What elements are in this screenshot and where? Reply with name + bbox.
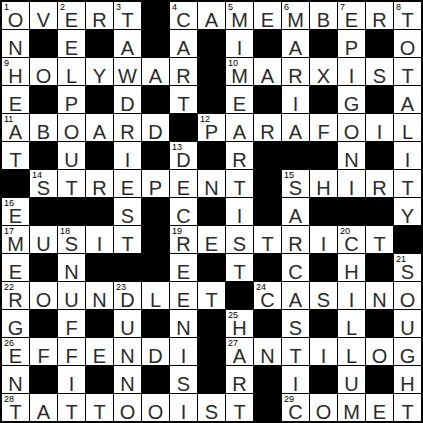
cell-14-11[interactable]: I: [282, 366, 309, 393]
cell-7-15[interactable]: T: [394, 170, 421, 197]
cell-14-4-block: [86, 366, 113, 393]
letter: R: [260, 122, 274, 141]
cell-12-9[interactable]: 25H: [226, 310, 253, 337]
cell-6-1[interactable]: T: [2, 142, 29, 169]
cell-7-12[interactable]: H: [310, 170, 337, 197]
cell-2-7[interactable]: A: [170, 30, 197, 57]
cell-13-8-block: [198, 338, 225, 365]
letter: A: [149, 66, 162, 85]
cell-4-1[interactable]: E: [2, 86, 29, 113]
letter: W: [118, 66, 137, 85]
cell-1-4[interactable]: R: [86, 2, 113, 29]
cell-9-1[interactable]: 17M: [2, 226, 29, 253]
letter: I: [377, 122, 383, 141]
cell-14-8-block: [198, 366, 225, 393]
cell-14-1[interactable]: N: [2, 366, 29, 393]
cell-14-3[interactable]: I: [58, 366, 85, 393]
cell-9-7[interactable]: 19R: [170, 226, 197, 253]
letter: N: [8, 38, 22, 57]
letter: L: [66, 66, 77, 85]
cell-5-9[interactable]: A: [226, 114, 253, 141]
crossword-board: 1OV2ER3T4CA5ME6MB7ER8TNEAAIAPO9HOLYWAR10…: [0, 0, 423, 423]
cell-14-2-block: [30, 366, 57, 393]
cell-4-9[interactable]: E: [226, 86, 253, 113]
letter: I: [69, 374, 75, 393]
letter: P: [345, 38, 358, 57]
letter: S: [373, 66, 386, 85]
cell-14-15[interactable]: H: [394, 366, 421, 393]
cell-11-6[interactable]: L: [142, 282, 169, 309]
cell-12-7[interactable]: N: [170, 310, 197, 337]
cell-4-13[interactable]: G: [338, 86, 365, 113]
cell-1-1[interactable]: 1O: [2, 2, 29, 29]
letter: S: [289, 318, 302, 337]
cell-10-13[interactable]: H: [338, 254, 365, 281]
cell-3-2[interactable]: O: [30, 58, 57, 85]
cell-11-1[interactable]: 22R: [2, 282, 29, 309]
cell-10-10-block: [254, 254, 281, 281]
cell-2-3[interactable]: E: [58, 30, 85, 57]
cell-14-12-block: [310, 366, 337, 393]
letter: F: [37, 346, 49, 365]
letter: H: [400, 374, 414, 393]
cell-10-12-block: [310, 254, 337, 281]
cell-6-4-block: [86, 142, 113, 169]
cell-12-13[interactable]: L: [338, 310, 365, 337]
letter: Y: [401, 206, 414, 225]
cell-3-1[interactable]: 9H: [2, 58, 29, 85]
cell-7-3[interactable]: T: [58, 170, 85, 197]
letter: A: [37, 402, 50, 421]
letter: A: [233, 122, 246, 141]
cell-4-15[interactable]: A: [394, 86, 421, 113]
cell-5-5[interactable]: R: [114, 114, 141, 141]
cell-9-13[interactable]: 20C: [338, 226, 365, 253]
cell-6-3[interactable]: U: [58, 142, 85, 169]
cell-9-14[interactable]: T: [366, 226, 393, 253]
cell-15-1[interactable]: 28T: [2, 394, 29, 421]
cell-9-12[interactable]: I: [310, 226, 337, 253]
cell-3-5[interactable]: W: [114, 58, 141, 85]
cell-3-3[interactable]: L: [58, 58, 85, 85]
cell-12-12-block: [310, 310, 337, 337]
letter: Y: [93, 66, 106, 85]
letter: S: [317, 290, 330, 309]
cell-6-9[interactable]: R: [226, 142, 253, 169]
letter: F: [65, 318, 77, 337]
cell-2-12-block: [310, 30, 337, 57]
cell-6-7[interactable]: 13D: [170, 142, 197, 169]
cell-4-5[interactable]: D: [114, 86, 141, 113]
cell-1-2[interactable]: V: [30, 2, 57, 29]
cell-5-15[interactable]: L: [394, 114, 421, 141]
cell-3-13[interactable]: I: [338, 58, 365, 85]
cell-9-15-block: [394, 226, 421, 253]
cell-13-5[interactable]: N: [114, 338, 141, 365]
cell-5-3[interactable]: O: [58, 114, 85, 141]
letter: R: [232, 150, 246, 169]
cell-14-9[interactable]: R: [226, 366, 253, 393]
cell-9-3[interactable]: 18S: [58, 226, 85, 253]
cell-3-9[interactable]: 10M: [226, 58, 253, 85]
cell-1-3[interactable]: 2E: [58, 2, 85, 29]
letter: A: [121, 38, 134, 57]
cell-15-15[interactable]: T: [394, 394, 421, 421]
letter: C: [176, 10, 190, 29]
cell-2-1[interactable]: N: [2, 30, 29, 57]
cell-11-3[interactable]: U: [58, 282, 85, 309]
cell-8-7[interactable]: C: [170, 198, 197, 225]
cell-7-5[interactable]: E: [114, 170, 141, 197]
letter: O: [372, 346, 388, 365]
cell-5-4[interactable]: A: [86, 114, 113, 141]
letter: H: [344, 262, 358, 281]
cell-15-14[interactable]: E: [366, 394, 393, 421]
cell-14-14-block: [366, 366, 393, 393]
cell-10-7[interactable]: E: [170, 254, 197, 281]
letter: E: [261, 10, 274, 29]
letter: D: [120, 290, 134, 309]
letter: I: [125, 150, 131, 169]
letter: G: [8, 318, 24, 337]
cell-4-7[interactable]: T: [170, 86, 197, 113]
cell-12-15[interactable]: U: [394, 310, 421, 337]
letter: E: [121, 178, 134, 197]
letter: E: [65, 10, 78, 29]
cell-8-1[interactable]: 16E: [2, 198, 29, 225]
letter: T: [9, 402, 21, 421]
letter: S: [401, 262, 414, 281]
cell-13-9[interactable]: 27A: [226, 338, 253, 365]
cell-9-11[interactable]: R: [282, 226, 309, 253]
cell-10-11[interactable]: C: [282, 254, 309, 281]
letter: R: [92, 178, 106, 197]
cell-4-4-block: [86, 86, 113, 113]
letter: E: [177, 178, 190, 197]
letter: T: [401, 402, 413, 421]
cell-13-15[interactable]: G: [394, 338, 421, 365]
cell-13-14[interactable]: O: [366, 338, 393, 365]
letter: I: [237, 38, 243, 57]
letter: R: [372, 10, 386, 29]
cell-15-7[interactable]: I: [170, 394, 197, 421]
cell-9-9[interactable]: S: [226, 226, 253, 253]
cell-8-2-block: [30, 198, 57, 225]
letter: U: [120, 318, 134, 337]
cell-15-13[interactable]: M: [338, 394, 365, 421]
cell-7-14[interactable]: R: [366, 170, 393, 197]
cell-5-14[interactable]: I: [366, 114, 393, 141]
letter: G: [400, 346, 416, 365]
cell-13-7[interactable]: I: [170, 338, 197, 365]
letter: N: [204, 178, 218, 197]
cell-7-2[interactable]: 14S: [30, 170, 57, 197]
letter: N: [120, 346, 134, 365]
cell-2-15[interactable]: O: [394, 30, 421, 57]
cell-12-2-block: [30, 310, 57, 337]
cell-15-2[interactable]: A: [30, 394, 57, 421]
cell-11-5[interactable]: 23D: [114, 282, 141, 309]
cell-12-11[interactable]: S: [282, 310, 309, 337]
letter: I: [321, 234, 327, 253]
cell-1-10[interactable]: E: [254, 2, 281, 29]
cell-7-9[interactable]: T: [226, 170, 253, 197]
cell-7-13[interactable]: I: [338, 170, 365, 197]
cell-5-7-block: [170, 114, 197, 141]
cell-3-10[interactable]: A: [254, 58, 281, 85]
cell-14-7[interactable]: S: [170, 366, 197, 393]
letter: T: [261, 234, 273, 253]
letter: H: [316, 178, 330, 197]
cell-1-9[interactable]: 5M: [226, 2, 253, 29]
letter: S: [121, 206, 134, 225]
letter: E: [9, 94, 22, 113]
cell-5-6[interactable]: D: [142, 114, 169, 141]
cell-4-3[interactable]: P: [58, 86, 85, 113]
cell-10-9[interactable]: T: [226, 254, 253, 281]
cell-9-5[interactable]: T: [114, 226, 141, 253]
cell-15-12[interactable]: O: [310, 394, 337, 421]
cell-6-5[interactable]: I: [114, 142, 141, 169]
letter: T: [93, 402, 105, 421]
cell-12-5[interactable]: U: [114, 310, 141, 337]
cell-11-2[interactable]: O: [30, 282, 57, 309]
cell-7-10-block: [254, 170, 281, 197]
cell-5-11[interactable]: A: [282, 114, 309, 141]
cell-9-6-block: [142, 226, 169, 253]
cell-1-13[interactable]: 7E: [338, 2, 365, 29]
cell-6-11-block: [282, 142, 309, 169]
letter: S: [65, 234, 78, 253]
letter: N: [176, 318, 190, 337]
letter: T: [373, 234, 385, 253]
cell-11-10[interactable]: 24C: [254, 282, 281, 309]
cell-10-1[interactable]: E: [2, 254, 29, 281]
cell-6-15[interactable]: I: [394, 142, 421, 169]
letter: S: [205, 402, 218, 421]
cell-1-7[interactable]: 4C: [170, 2, 197, 29]
cell-11-7[interactable]: E: [170, 282, 197, 309]
cell-2-2-block: [30, 30, 57, 57]
letter: E: [93, 346, 106, 365]
cell-9-8[interactable]: E: [198, 226, 225, 253]
letter: F: [317, 122, 329, 141]
letter: T: [65, 402, 77, 421]
cell-7-6[interactable]: P: [142, 170, 169, 197]
letter: O: [36, 66, 52, 85]
cell-11-12[interactable]: S: [310, 282, 337, 309]
letter: I: [293, 374, 299, 393]
cell-1-11[interactable]: 6M: [282, 2, 309, 29]
cell-6-13[interactable]: N: [338, 142, 365, 169]
cell-11-15[interactable]: O: [394, 282, 421, 309]
letter: T: [401, 66, 413, 85]
cell-13-10[interactable]: N: [254, 338, 281, 365]
letter: M: [343, 402, 360, 421]
cell-3-11[interactable]: R: [282, 58, 309, 85]
cell-13-12[interactable]: I: [310, 338, 337, 365]
cell-15-9[interactable]: T: [226, 394, 253, 421]
letter: A: [289, 38, 302, 57]
letter: B: [317, 10, 330, 29]
cell-1-15[interactable]: 8T: [394, 2, 421, 29]
cell-8-10-block: [254, 198, 281, 225]
cell-7-7[interactable]: E: [170, 170, 197, 197]
cell-11-8[interactable]: T: [198, 282, 225, 309]
letter: R: [288, 234, 302, 253]
cell-10-5-block: [114, 254, 141, 281]
cell-6-6-block: [142, 142, 169, 169]
cell-3-14[interactable]: S: [366, 58, 393, 85]
cell-2-9[interactable]: I: [226, 30, 253, 57]
letter: I: [181, 402, 187, 421]
letter: R: [92, 10, 106, 29]
cell-12-3[interactable]: F: [58, 310, 85, 337]
cell-2-13[interactable]: P: [338, 30, 365, 57]
letter: N: [120, 374, 134, 393]
cell-10-4-block: [86, 254, 113, 281]
letter: N: [260, 346, 274, 365]
letter: L: [346, 346, 357, 365]
cell-15-5[interactable]: O: [114, 394, 141, 421]
cell-1-14[interactable]: R: [366, 2, 393, 29]
letter: D: [148, 346, 162, 365]
cell-12-1[interactable]: G: [2, 310, 29, 337]
cell-4-14-block: [366, 86, 393, 113]
letter: B: [37, 122, 50, 141]
cell-8-6-block: [142, 198, 169, 225]
letter: E: [9, 206, 22, 225]
letter: I: [181, 346, 187, 365]
cell-15-3[interactable]: T: [58, 394, 85, 421]
cell-9-4[interactable]: I: [86, 226, 113, 253]
cell-13-6[interactable]: D: [142, 338, 169, 365]
letter: L: [150, 290, 161, 309]
cell-10-15[interactable]: 21S: [394, 254, 421, 281]
letter: T: [205, 290, 217, 309]
cell-10-3[interactable]: N: [58, 254, 85, 281]
cell-15-8[interactable]: S: [198, 394, 225, 421]
letter: L: [346, 318, 357, 337]
letter: T: [401, 178, 413, 197]
letter: I: [321, 346, 327, 365]
cell-1-8[interactable]: A: [198, 2, 225, 29]
cell-8-11[interactable]: A: [282, 198, 309, 225]
cell-2-10-block: [254, 30, 281, 57]
cell-5-2[interactable]: B: [30, 114, 57, 141]
letter: T: [121, 10, 133, 29]
cell-1-12[interactable]: B: [310, 2, 337, 29]
cell-11-11[interactable]: A: [282, 282, 309, 309]
letter: R: [176, 66, 190, 85]
cell-7-4[interactable]: R: [86, 170, 113, 197]
cell-15-10-block: [254, 394, 281, 421]
cell-14-10-block: [254, 366, 281, 393]
cell-9-2[interactable]: U: [30, 226, 57, 253]
cell-13-13[interactable]: L: [338, 338, 365, 365]
cell-12-10-block: [254, 310, 281, 337]
clue-number-3: 3: [116, 3, 121, 12]
cell-5-13[interactable]: O: [338, 114, 365, 141]
letter: I: [237, 206, 243, 225]
cell-4-8-block: [198, 86, 225, 113]
cell-13-4[interactable]: E: [86, 338, 113, 365]
cell-11-14[interactable]: N: [366, 282, 393, 309]
letter: S: [177, 374, 190, 393]
cell-11-13[interactable]: I: [338, 282, 365, 309]
letter: A: [93, 122, 106, 141]
letter: M: [231, 10, 248, 29]
letter: M: [7, 234, 24, 253]
cell-4-10-block: [254, 86, 281, 113]
letter: R: [372, 178, 386, 197]
cell-6-14-block: [366, 142, 393, 169]
cell-11-4[interactable]: N: [86, 282, 113, 309]
letter: D: [176, 150, 190, 169]
cell-1-5[interactable]: 3T: [114, 2, 141, 29]
cell-15-4[interactable]: T: [86, 394, 113, 421]
letter: T: [65, 178, 77, 197]
cell-13-2[interactable]: F: [30, 338, 57, 365]
cell-7-8[interactable]: N: [198, 170, 225, 197]
cell-14-5[interactable]: N: [114, 366, 141, 393]
letter: R: [176, 234, 190, 253]
cell-3-15[interactable]: T: [394, 58, 421, 85]
cell-2-11[interactable]: A: [282, 30, 309, 57]
letter: M: [287, 10, 304, 29]
cell-5-10[interactable]: R: [254, 114, 281, 141]
cell-3-6[interactable]: A: [142, 58, 169, 85]
cell-10-14-block: [366, 254, 393, 281]
cell-3-12[interactable]: X: [310, 58, 337, 85]
letter: T: [233, 262, 245, 281]
letter: I: [405, 150, 411, 169]
cell-2-5[interactable]: A: [114, 30, 141, 57]
letter: I: [293, 94, 299, 113]
letter: X: [317, 66, 330, 85]
cell-5-12[interactable]: F: [310, 114, 337, 141]
letter: U: [64, 150, 78, 169]
letter: V: [37, 10, 50, 29]
cell-4-11[interactable]: I: [282, 86, 309, 113]
cell-13-3[interactable]: F: [58, 338, 85, 365]
cell-5-8[interactable]: 12P: [198, 114, 225, 141]
cell-15-11[interactable]: 29C: [282, 394, 309, 421]
cell-15-6[interactable]: O: [142, 394, 169, 421]
cell-7-11[interactable]: 15S: [282, 170, 309, 197]
letter: E: [65, 38, 78, 57]
cell-4-2-block: [30, 86, 57, 113]
letter: O: [8, 10, 24, 29]
cell-9-10[interactable]: T: [254, 226, 281, 253]
cell-3-4[interactable]: Y: [86, 58, 113, 85]
cell-13-1[interactable]: 26E: [2, 338, 29, 365]
letter: T: [121, 234, 133, 253]
cell-14-13[interactable]: U: [338, 366, 365, 393]
cell-13-11[interactable]: T: [282, 338, 309, 365]
cell-3-7[interactable]: R: [170, 58, 197, 85]
cell-8-15[interactable]: Y: [394, 198, 421, 225]
letter: T: [9, 150, 21, 169]
cell-8-13-block: [338, 198, 365, 225]
cell-6-8-block: [198, 142, 225, 169]
letter: O: [64, 122, 80, 141]
letter: C: [288, 402, 302, 421]
cell-8-9[interactable]: I: [226, 198, 253, 225]
letter: M: [231, 66, 248, 85]
cell-5-1[interactable]: 11A: [2, 114, 29, 141]
cell-8-5[interactable]: S: [114, 198, 141, 225]
